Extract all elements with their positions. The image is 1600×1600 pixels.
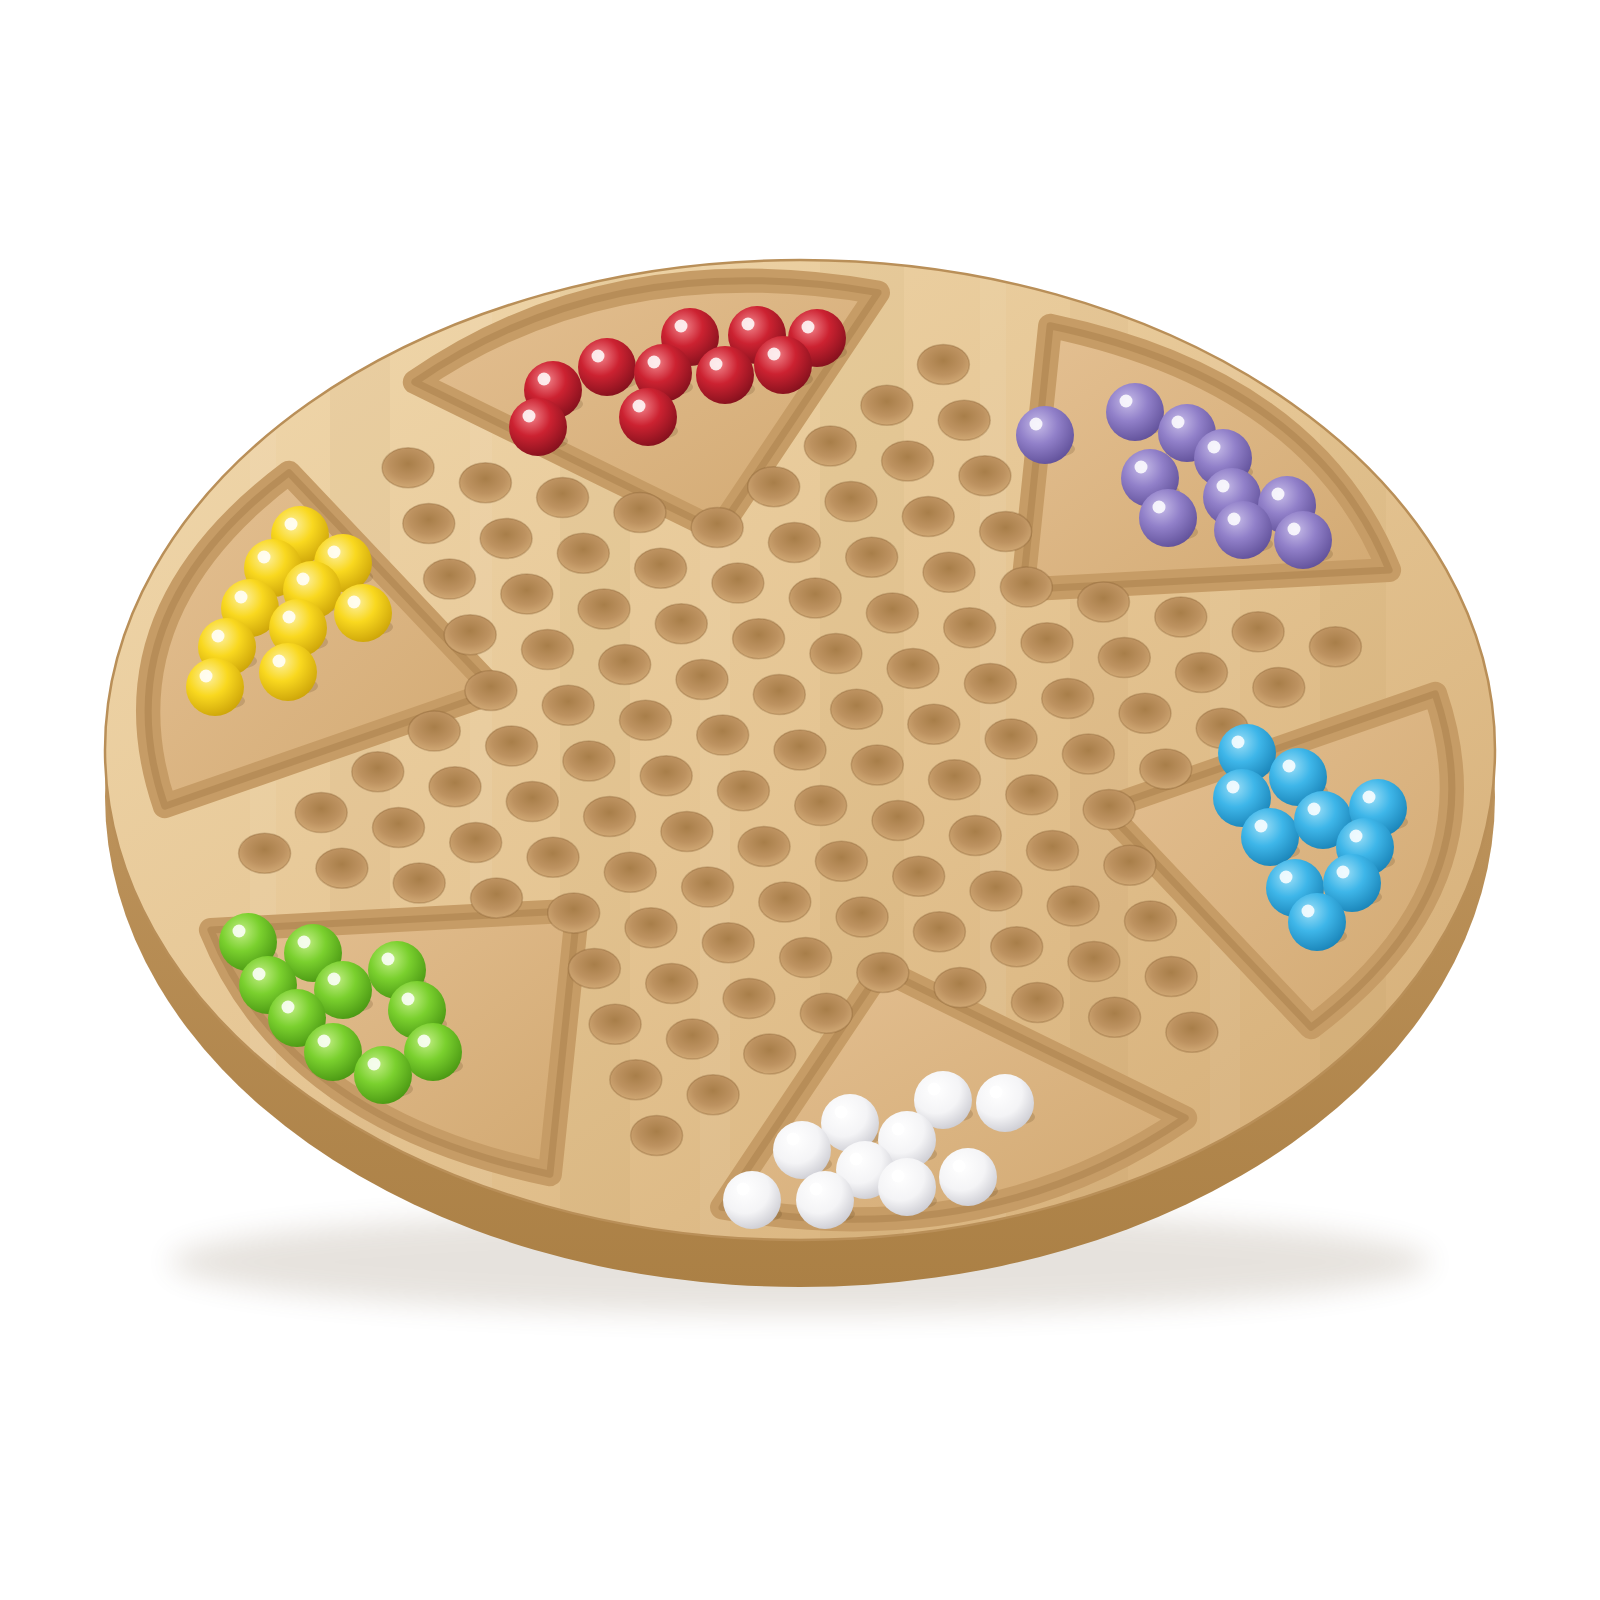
- marble-highlight: [892, 1170, 905, 1183]
- marble-highlight: [253, 968, 266, 981]
- marble-highlight: [648, 356, 661, 369]
- board-hole[interactable]: [486, 726, 538, 766]
- board-hole[interactable]: [316, 848, 368, 888]
- board-hole[interactable]: [887, 649, 939, 689]
- marble-white[interactable]: [773, 1121, 831, 1179]
- board-hole[interactable]: [584, 797, 636, 837]
- marble-highlight: [1208, 441, 1221, 454]
- board-hole[interactable]: [759, 882, 811, 922]
- board-hole[interactable]: [548, 893, 600, 933]
- board-hole[interactable]: [480, 518, 532, 558]
- board-hole[interactable]: [563, 741, 615, 781]
- product-photo-stage: [0, 0, 1600, 1600]
- marble-highlight: [802, 321, 815, 334]
- board-hole[interactable]: [913, 912, 965, 952]
- marble-highlight: [1255, 820, 1268, 833]
- board-hole[interactable]: [1232, 612, 1284, 652]
- board-hole[interactable]: [846, 537, 898, 577]
- marble-white[interactable]: [796, 1171, 854, 1229]
- marble-purple[interactable]: [1016, 406, 1074, 464]
- board-hole[interactable]: [682, 867, 734, 907]
- marble-purple[interactable]: [1274, 511, 1332, 569]
- board-hole[interactable]: [934, 968, 986, 1008]
- board-hole[interactable]: [610, 1060, 662, 1100]
- board-hole[interactable]: [825, 482, 877, 522]
- board-hole[interactable]: [1027, 830, 1079, 870]
- marble-highlight: [810, 1183, 823, 1196]
- marble-highlight: [235, 591, 248, 604]
- marble-white[interactable]: [976, 1074, 1034, 1132]
- board-hole[interactable]: [599, 645, 651, 685]
- board-hole[interactable]: [568, 949, 620, 989]
- board-hole[interactable]: [774, 730, 826, 770]
- board-hole[interactable]: [1125, 901, 1177, 941]
- marble-highlight: [538, 373, 551, 386]
- board-hole[interactable]: [1042, 678, 1094, 718]
- marble-highlight: [328, 973, 341, 986]
- marble-highlight: [1172, 416, 1185, 429]
- marble-highlight: [850, 1153, 863, 1166]
- board-hole[interactable]: [1089, 997, 1141, 1037]
- board-hole[interactable]: [1011, 982, 1063, 1022]
- board-hole[interactable]: [908, 704, 960, 744]
- board-hole[interactable]: [239, 833, 291, 873]
- board-hole[interactable]: [1078, 582, 1130, 622]
- marble-green[interactable]: [404, 1023, 462, 1081]
- board-hole[interactable]: [614, 493, 666, 533]
- board-hole[interactable]: [373, 808, 425, 848]
- board-hole[interactable]: [465, 670, 517, 710]
- marble-green[interactable]: [354, 1046, 412, 1104]
- marble-highlight: [212, 630, 225, 643]
- board-hole[interactable]: [444, 615, 496, 655]
- marble-highlight: [675, 320, 688, 333]
- board-hole[interactable]: [744, 1034, 796, 1074]
- marble-highlight: [1217, 480, 1230, 493]
- marble-highlight: [1283, 760, 1296, 773]
- board-hole[interactable]: [831, 689, 883, 729]
- board-hole[interactable]: [851, 745, 903, 785]
- marble-red[interactable]: [509, 398, 567, 456]
- board-hole[interactable]: [768, 522, 820, 562]
- marble-highlight: [1228, 513, 1241, 526]
- marble-yellow[interactable]: [259, 643, 317, 701]
- board-hole[interactable]: [501, 574, 553, 614]
- board-hole[interactable]: [646, 964, 698, 1004]
- marble-highlight: [742, 318, 755, 331]
- marble-highlight: [258, 551, 271, 564]
- board-hole[interactable]: [949, 816, 1001, 856]
- board-hole[interactable]: [537, 478, 589, 518]
- marble-highlight: [328, 546, 341, 559]
- board-hole[interactable]: [712, 563, 764, 603]
- board-hole[interactable]: [459, 463, 511, 503]
- board-hole[interactable]: [1021, 623, 1073, 663]
- board-hole[interactable]: [723, 978, 775, 1018]
- marble-highlight: [1308, 803, 1321, 816]
- marble-highlight: [348, 596, 361, 609]
- board-hole[interactable]: [640, 756, 692, 796]
- board-hole[interactable]: [815, 841, 867, 881]
- board-hole[interactable]: [471, 878, 523, 918]
- board-hole[interactable]: [1140, 749, 1192, 789]
- board-hole[interactable]: [1119, 693, 1171, 733]
- board-hole[interactable]: [938, 400, 990, 440]
- board-hole[interactable]: [1047, 886, 1099, 926]
- board-hole[interactable]: [1145, 957, 1197, 997]
- board-hole[interactable]: [748, 467, 800, 507]
- board-hole[interactable]: [1098, 638, 1150, 678]
- board-hole[interactable]: [1062, 734, 1114, 774]
- board-hole[interactable]: [795, 786, 847, 826]
- marble-highlight: [953, 1160, 966, 1173]
- board-hole[interactable]: [902, 497, 954, 537]
- board-hole[interactable]: [857, 953, 909, 993]
- board-hole[interactable]: [424, 559, 476, 599]
- board-hole[interactable]: [753, 674, 805, 714]
- board-hole[interactable]: [527, 837, 579, 877]
- board-hole[interactable]: [393, 863, 445, 903]
- board-hole[interactable]: [780, 938, 832, 978]
- marble-highlight: [768, 348, 781, 361]
- board-hole[interactable]: [944, 608, 996, 648]
- board-hole[interactable]: [964, 664, 1016, 704]
- marble-highlight: [285, 518, 298, 531]
- marble-highlight: [1337, 866, 1350, 879]
- marble-highlight: [200, 670, 213, 683]
- marble-highlight: [368, 1058, 381, 1071]
- board-hole[interactable]: [408, 711, 460, 751]
- board-hole[interactable]: [1176, 653, 1228, 693]
- board-hole[interactable]: [578, 589, 630, 629]
- marble-highlight: [928, 1083, 941, 1096]
- board-hole[interactable]: [557, 533, 609, 573]
- marble-blue[interactable]: [1288, 893, 1346, 951]
- board-hole[interactable]: [1309, 627, 1361, 667]
- marble-highlight: [523, 410, 536, 423]
- board-hole[interactable]: [893, 856, 945, 896]
- marble-highlight: [633, 400, 646, 413]
- marble-highlight: [892, 1123, 905, 1136]
- board-hole[interactable]: [506, 782, 558, 822]
- marble-highlight: [282, 1001, 295, 1014]
- board-hole[interactable]: [631, 1116, 683, 1156]
- board-hole[interactable]: [687, 1075, 739, 1115]
- board-hole[interactable]: [702, 923, 754, 963]
- board-hole[interactable]: [655, 604, 707, 644]
- marble-highlight: [1232, 736, 1245, 749]
- marble-red[interactable]: [696, 346, 754, 404]
- marble-highlight: [1350, 830, 1363, 843]
- board-hole[interactable]: [625, 908, 677, 948]
- marble-white[interactable]: [723, 1171, 781, 1229]
- marble-highlight: [835, 1106, 848, 1119]
- board-hole[interactable]: [697, 715, 749, 755]
- marble-green[interactable]: [304, 1023, 362, 1081]
- marble-highlight: [1272, 488, 1285, 501]
- marble-purple[interactable]: [1106, 383, 1164, 441]
- marble-highlight: [1120, 395, 1133, 408]
- board-hole[interactable]: [866, 593, 918, 633]
- board-hole[interactable]: [985, 719, 1037, 759]
- board-hole[interactable]: [542, 685, 594, 725]
- board-hole[interactable]: [1000, 567, 1052, 607]
- marble-highlight: [1153, 501, 1166, 514]
- board-hole[interactable]: [635, 548, 687, 588]
- marble-white[interactable]: [878, 1158, 936, 1216]
- board-hole[interactable]: [382, 448, 434, 488]
- board-hole[interactable]: [522, 630, 574, 670]
- chinese-checkers-board: [0, 0, 1600, 1600]
- marble-highlight: [418, 1035, 431, 1048]
- board-hole[interactable]: [691, 508, 743, 548]
- board-hole[interactable]: [450, 822, 502, 862]
- board-hole[interactable]: [1083, 790, 1135, 830]
- board-hole[interactable]: [661, 812, 713, 852]
- marble-highlight: [297, 573, 310, 586]
- marble-highlight: [1280, 871, 1293, 884]
- board-hole[interactable]: [738, 826, 790, 866]
- board-hole[interactable]: [676, 660, 728, 700]
- board-hole[interactable]: [1006, 775, 1058, 815]
- marble-red[interactable]: [578, 338, 636, 396]
- board-hole[interactable]: [929, 760, 981, 800]
- marble-yellow[interactable]: [186, 658, 244, 716]
- marble-red[interactable]: [754, 336, 812, 394]
- board-hole[interactable]: [1068, 942, 1120, 982]
- board-hole[interactable]: [861, 385, 913, 425]
- marble-white[interactable]: [939, 1148, 997, 1206]
- board-hole[interactable]: [917, 345, 969, 385]
- board-hole[interactable]: [295, 793, 347, 833]
- board-hole[interactable]: [836, 897, 888, 937]
- board-hole[interactable]: [789, 578, 841, 618]
- marble-highlight: [1227, 781, 1240, 794]
- board-hole[interactable]: [923, 552, 975, 592]
- board-hole[interactable]: [403, 504, 455, 544]
- board-hole[interactable]: [810, 634, 862, 674]
- board-hole[interactable]: [882, 441, 934, 481]
- board-hole[interactable]: [804, 426, 856, 466]
- marble-highlight: [737, 1183, 750, 1196]
- board-hole[interactable]: [1104, 845, 1156, 885]
- marble-red[interactable]: [619, 388, 677, 446]
- marble-highlight: [402, 993, 415, 1006]
- marble-highlight: [273, 655, 286, 668]
- board-hole[interactable]: [959, 456, 1011, 496]
- marble-highlight: [233, 925, 246, 938]
- marble-highlight: [382, 953, 395, 966]
- marble-purple[interactable]: [1139, 489, 1197, 547]
- board-hole[interactable]: [991, 927, 1043, 967]
- marble-highlight: [787, 1133, 800, 1146]
- board-hole[interactable]: [733, 619, 785, 659]
- board-hole[interactable]: [1166, 1012, 1218, 1052]
- board-hole[interactable]: [1155, 597, 1207, 637]
- marble-highlight: [1135, 461, 1148, 474]
- marble-highlight: [1030, 418, 1043, 431]
- board-hole[interactable]: [1253, 667, 1305, 707]
- marble-highlight: [990, 1086, 1003, 1099]
- board-hole[interactable]: [620, 700, 672, 740]
- marble-highlight: [710, 358, 723, 371]
- marble-highlight: [1363, 791, 1376, 804]
- marble-yellow[interactable]: [334, 584, 392, 642]
- board-hole[interactable]: [872, 801, 924, 841]
- board-hole[interactable]: [970, 871, 1022, 911]
- marble-highlight: [592, 350, 605, 363]
- board-hole[interactable]: [604, 852, 656, 892]
- marble-highlight: [1288, 523, 1301, 536]
- marble-highlight: [1302, 905, 1315, 918]
- marble-highlight: [318, 1035, 331, 1048]
- board-hole[interactable]: [717, 771, 769, 811]
- board-hole[interactable]: [800, 993, 852, 1033]
- marble-purple[interactable]: [1214, 501, 1272, 559]
- board-hole[interactable]: [589, 1004, 641, 1044]
- board-hole[interactable]: [666, 1019, 718, 1059]
- board-hole[interactable]: [980, 512, 1032, 552]
- marble-highlight: [283, 611, 296, 624]
- marble-highlight: [298, 936, 311, 949]
- board-hole[interactable]: [352, 752, 404, 792]
- board-hole[interactable]: [429, 767, 481, 807]
- marble-blue[interactable]: [1241, 808, 1299, 866]
